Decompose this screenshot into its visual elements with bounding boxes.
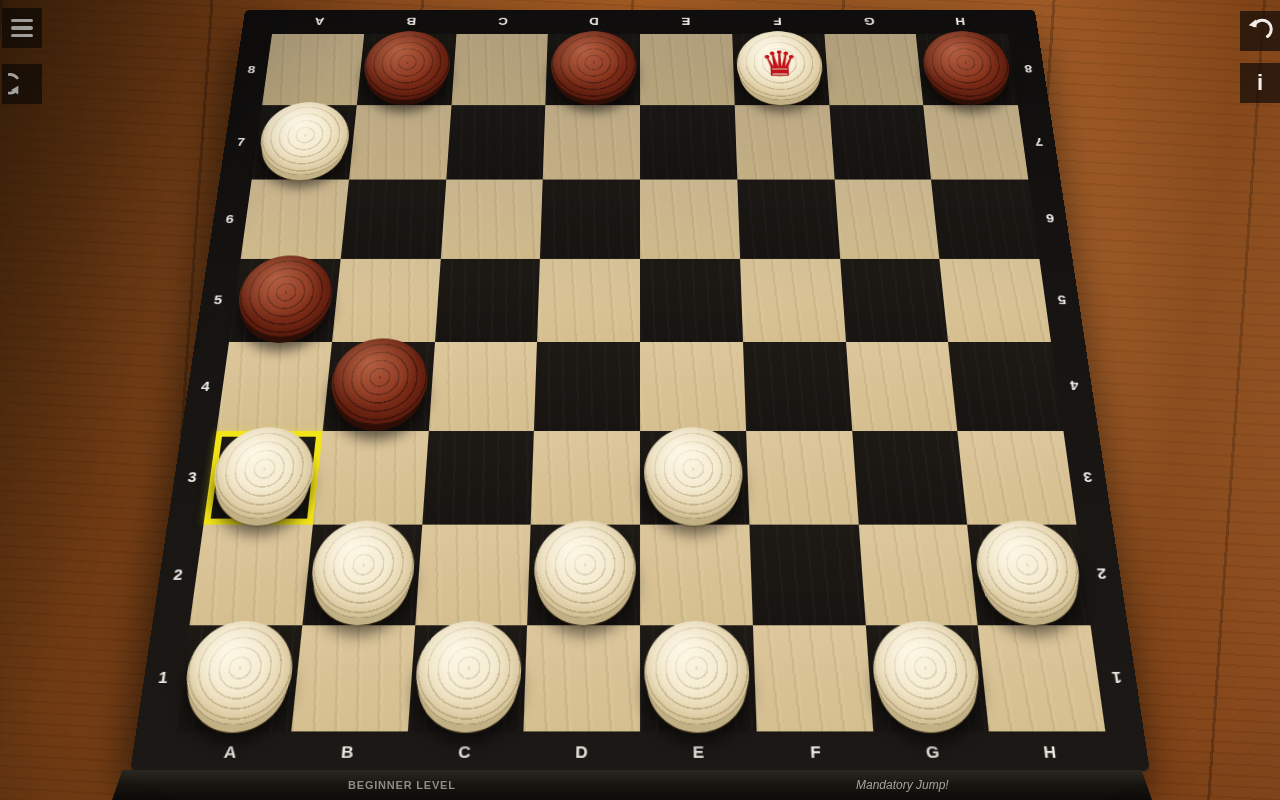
square-b2[interactable]: [302, 525, 422, 625]
col-label-bottom-d: D: [522, 731, 640, 770]
square-a5[interactable]: [229, 258, 340, 342]
square-b6[interactable]: [340, 180, 445, 259]
square-e1[interactable]: [640, 625, 756, 732]
square-c1[interactable]: [407, 625, 527, 732]
square-g8: [824, 34, 923, 105]
square-d6[interactable]: [540, 180, 640, 259]
undo-button[interactable]: [1240, 11, 1280, 51]
square-g4: [846, 342, 958, 431]
square-a3[interactable]: [204, 431, 323, 525]
square-e6: [640, 180, 740, 259]
col-label-bottom-h: H: [989, 731, 1111, 770]
white-man-c1[interactable]: [413, 621, 523, 725]
square-f5: [740, 258, 846, 342]
square-c7[interactable]: [446, 105, 546, 180]
square-e8: [640, 34, 734, 105]
white-man-a3[interactable]: [209, 427, 318, 518]
square-c2: [415, 525, 531, 625]
square-d1: [524, 625, 640, 732]
white-man-e1[interactable]: [645, 621, 751, 725]
col-label-bottom-b: B: [287, 731, 407, 770]
white-man-a7[interactable]: [257, 102, 353, 175]
board-shadow-wrapper: ABCDEFGH ABCDEFGH 87654321 87654321 ♛: [0, 0, 1280, 800]
square-c3[interactable]: [422, 431, 534, 525]
col-label-bottom-c: C: [405, 731, 524, 770]
square-h1: [978, 625, 1106, 732]
white-man-d2[interactable]: [532, 521, 635, 618]
square-h7: [923, 105, 1028, 180]
board-3d: ABCDEFGH ABCDEFGH 87654321 87654321 ♛: [130, 10, 1150, 771]
square-a7[interactable]: [252, 105, 357, 180]
square-c8: [451, 34, 548, 105]
square-f8[interactable]: ♛: [732, 34, 829, 105]
white-man-a1[interactable]: [181, 621, 298, 725]
square-c4: [428, 342, 537, 431]
app-screen: ABCDEFGH ABCDEFGH 87654321 87654321 ♛ BE…: [0, 0, 1280, 800]
square-h6[interactable]: [931, 180, 1039, 259]
rotate-board-button[interactable]: [2, 64, 42, 104]
square-a1[interactable]: [175, 625, 303, 732]
square-d8[interactable]: [546, 34, 640, 105]
square-b8[interactable]: [357, 34, 456, 105]
square-b4[interactable]: [322, 342, 434, 431]
king-crown-icon: ♛: [736, 29, 825, 98]
square-c6: [440, 180, 543, 259]
red-man-b4[interactable]: [328, 339, 431, 425]
col-label-top-c: C: [456, 10, 549, 34]
white-man-b2[interactable]: [308, 521, 418, 618]
square-e2: [640, 525, 753, 625]
square-b5: [332, 258, 441, 342]
col-label-bottom-a: A: [169, 731, 291, 770]
status-message: Mandatory Jump!: [856, 778, 949, 792]
square-f2[interactable]: [749, 525, 865, 625]
col-label-top-a: A: [272, 10, 367, 34]
white-man-e3[interactable]: [645, 427, 745, 518]
col-label-bottom-g: G: [873, 731, 993, 770]
square-d4[interactable]: [534, 342, 640, 431]
square-g2: [858, 525, 978, 625]
square-d2[interactable]: [527, 525, 640, 625]
square-h8[interactable]: [916, 34, 1018, 105]
rotate-arrow-icon: [8, 70, 36, 98]
col-label-bottom-e: E: [640, 731, 758, 770]
square-e7[interactable]: [640, 105, 737, 180]
square-d5: [537, 258, 640, 342]
col-label-top-e: E: [640, 10, 732, 34]
square-g3[interactable]: [852, 431, 968, 525]
undo-arrow-icon: [1246, 17, 1274, 45]
square-a2: [190, 525, 313, 625]
red-man-a5[interactable]: [234, 255, 336, 336]
square-a6: [241, 180, 349, 259]
square-f7: [734, 105, 834, 180]
col-label-bottom-f: F: [756, 731, 875, 770]
square-g1[interactable]: [865, 625, 989, 732]
square-f1: [753, 625, 873, 732]
board-front-face: BEGINNER LEVEL Mandatory Jump!: [112, 770, 1152, 800]
square-b3: [313, 431, 429, 525]
column-labels-top: ABCDEFGH: [272, 10, 1008, 34]
checkers-board: ♛: [175, 34, 1106, 731]
square-c5[interactable]: [435, 258, 541, 342]
square-h4[interactable]: [948, 342, 1063, 431]
column-labels-bottom: ABCDEFGH: [169, 731, 1111, 770]
square-b7: [349, 105, 451, 180]
level-label: BEGINNER LEVEL: [348, 779, 456, 791]
col-label-top-g: G: [822, 10, 916, 34]
square-f4[interactable]: [743, 342, 852, 431]
square-f6[interactable]: [737, 180, 840, 259]
square-h2[interactable]: [967, 525, 1090, 625]
square-e5[interactable]: [640, 258, 743, 342]
square-b1: [291, 625, 415, 732]
square-e4: [640, 342, 746, 431]
square-a8: [262, 34, 364, 105]
square-h3: [958, 431, 1077, 525]
square-f3: [746, 431, 858, 525]
square-d7: [543, 105, 640, 180]
red-man-h8[interactable]: [920, 31, 1014, 100]
red-man-b8[interactable]: [361, 31, 452, 100]
square-g7[interactable]: [829, 105, 931, 180]
square-g5[interactable]: [840, 258, 949, 342]
square-e3[interactable]: [640, 431, 749, 525]
white-man-h2[interactable]: [972, 521, 1085, 618]
square-d3: [531, 431, 640, 525]
red-man-d8[interactable]: [550, 31, 636, 100]
info-icon: i: [1257, 70, 1263, 96]
square-a4: [217, 342, 332, 431]
square-g6: [834, 180, 939, 259]
square-h5: [940, 258, 1051, 342]
menu-button[interactable]: [2, 8, 42, 48]
info-button[interactable]: i: [1240, 63, 1280, 103]
white-king-f8[interactable]: ♛: [736, 31, 825, 100]
hamburger-icon: [11, 19, 33, 38]
white-man-g1[interactable]: [870, 621, 984, 725]
